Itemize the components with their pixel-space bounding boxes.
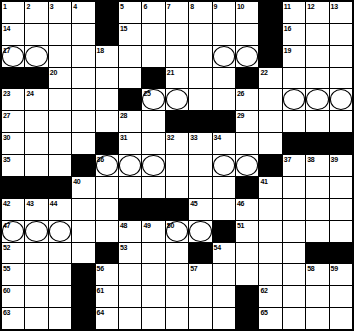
cell-14-1[interactable] xyxy=(25,308,47,329)
black-cell-6-14 xyxy=(330,133,352,154)
black-cell-14-3 xyxy=(72,308,94,329)
cell-13-5[interactable] xyxy=(119,286,141,307)
cell-14-6[interactable] xyxy=(142,308,164,329)
clue-number: 14 xyxy=(3,24,10,33)
cell-14-12[interactable] xyxy=(283,308,305,329)
cell-5-3[interactable] xyxy=(72,111,94,132)
black-cell-13-3 xyxy=(72,286,94,307)
cell-2-3[interactable] xyxy=(72,46,94,67)
cell-13-11[interactable]: 62 xyxy=(259,286,281,307)
cell-12-2[interactable] xyxy=(49,264,71,285)
cell-6-1[interactable] xyxy=(25,133,47,154)
clue-number: 1 xyxy=(3,2,7,11)
cell-6-6[interactable] xyxy=(142,133,164,154)
circle-marker xyxy=(213,46,235,67)
black-cell-0-11 xyxy=(259,2,281,23)
circle-marker xyxy=(213,155,235,176)
circle-marker xyxy=(119,155,141,176)
cell-13-8[interactable] xyxy=(189,286,211,307)
cell-9-0[interactable]: 42 xyxy=(2,199,24,220)
black-cell-9-7 xyxy=(166,199,188,220)
cell-1-9[interactable] xyxy=(213,24,235,45)
cell-12-10[interactable] xyxy=(236,264,258,285)
circle-marker xyxy=(25,46,47,67)
cell-11-0[interactable]: 52 xyxy=(2,243,24,264)
cell-6-9[interactable]: 34 xyxy=(213,133,235,154)
cell-0-0[interactable]: 1 xyxy=(2,2,24,23)
cell-8-4[interactable] xyxy=(96,177,118,198)
cell-11-9[interactable]: 54 xyxy=(213,243,235,264)
clue-number: 13 xyxy=(331,2,338,11)
cell-1-12[interactable]: 16 xyxy=(283,24,305,45)
cell-4-2[interactable] xyxy=(49,89,71,110)
clue-number: 17 xyxy=(3,46,10,55)
cell-10-5[interactable]: 48 xyxy=(119,221,141,242)
black-cell-8-1 xyxy=(25,177,47,198)
cell-4-1[interactable]: 24 xyxy=(25,89,47,110)
cell-9-11[interactable] xyxy=(259,199,281,220)
cell-8-12[interactable] xyxy=(283,177,305,198)
cell-3-11[interactable]: 22 xyxy=(259,68,281,89)
cell-2-1[interactable] xyxy=(25,46,47,67)
cell-0-9[interactable]: 9 xyxy=(213,2,235,23)
cell-0-3[interactable]: 4 xyxy=(72,2,94,23)
cell-11-6[interactable] xyxy=(142,243,164,264)
cell-5-13[interactable] xyxy=(306,111,328,132)
black-cell-3-0 xyxy=(2,68,24,89)
clue-number: 44 xyxy=(50,199,57,208)
cell-14-14[interactable] xyxy=(330,308,352,329)
cell-12-14[interactable]: 59 xyxy=(330,264,352,285)
cell-3-13[interactable] xyxy=(306,68,328,89)
cell-5-0[interactable]: 27 xyxy=(2,111,24,132)
cell-9-14[interactable] xyxy=(330,199,352,220)
black-cell-3-6 xyxy=(142,68,164,89)
cell-7-14[interactable]: 39 xyxy=(330,155,352,176)
cell-5-10[interactable]: 29 xyxy=(236,111,258,132)
black-cell-13-10 xyxy=(236,286,258,307)
cell-7-12[interactable]: 37 xyxy=(283,155,305,176)
clue-number: 20 xyxy=(50,68,57,77)
cell-8-3[interactable]: 40 xyxy=(72,177,94,198)
black-cell-4-5 xyxy=(119,89,141,110)
clue-number: 3 xyxy=(50,2,54,11)
clue-number: 15 xyxy=(120,24,127,33)
cell-10-11[interactable] xyxy=(259,221,281,242)
clue-number: 43 xyxy=(26,199,33,208)
circle-marker xyxy=(49,221,71,242)
cell-8-7[interactable] xyxy=(166,177,188,198)
clue-number: 42 xyxy=(3,199,10,208)
black-cell-11-4 xyxy=(96,243,118,264)
cell-2-7[interactable] xyxy=(166,46,188,67)
cell-9-12[interactable] xyxy=(283,199,305,220)
clue-number: 65 xyxy=(260,308,267,317)
cell-13-6[interactable] xyxy=(142,286,164,307)
cell-14-0[interactable]: 63 xyxy=(2,308,24,329)
clue-number: 50 xyxy=(167,221,174,230)
cell-11-10[interactable] xyxy=(236,243,258,264)
circle-marker xyxy=(330,89,352,110)
cell-5-14[interactable] xyxy=(330,111,352,132)
clue-number: 26 xyxy=(237,89,244,98)
clue-number: 64 xyxy=(97,308,104,317)
cell-9-3[interactable] xyxy=(72,199,94,220)
clue-number: 37 xyxy=(284,155,291,164)
cell-5-12[interactable] xyxy=(283,111,305,132)
cell-4-11[interactable] xyxy=(259,89,281,110)
cell-14-13[interactable] xyxy=(306,308,328,329)
clue-number: 21 xyxy=(167,68,174,77)
cell-2-9[interactable] xyxy=(213,46,235,67)
cell-13-9[interactable] xyxy=(213,286,235,307)
black-cell-2-11 xyxy=(259,46,281,67)
cell-4-13[interactable] xyxy=(306,89,328,110)
cell-5-5[interactable]: 28 xyxy=(119,111,141,132)
clue-number: 58 xyxy=(307,264,314,273)
black-cell-11-8 xyxy=(189,243,211,264)
circle-marker xyxy=(189,221,211,242)
clue-number: 40 xyxy=(73,177,80,186)
clue-number: 55 xyxy=(3,264,10,273)
cell-9-13[interactable] xyxy=(306,199,328,220)
cell-1-7[interactable] xyxy=(166,24,188,45)
cell-12-0[interactable]: 55 xyxy=(2,264,24,285)
cell-13-2[interactable] xyxy=(49,286,71,307)
cell-7-5[interactable] xyxy=(119,155,141,176)
cell-6-10[interactable] xyxy=(236,133,258,154)
cell-4-6[interactable]: 25 xyxy=(142,89,164,110)
black-cell-8-0 xyxy=(2,177,24,198)
black-cell-5-7 xyxy=(166,111,188,132)
black-cell-1-4 xyxy=(96,24,118,45)
cell-6-5[interactable]: 31 xyxy=(119,133,141,154)
clue-number: 8 xyxy=(190,2,194,11)
clue-number: 30 xyxy=(3,133,10,142)
circle-marker xyxy=(236,46,258,67)
clue-number: 51 xyxy=(237,221,244,230)
cell-3-7[interactable]: 21 xyxy=(166,68,188,89)
cell-7-0[interactable]: 35 xyxy=(2,155,24,176)
cell-8-11[interactable]: 41 xyxy=(259,177,281,198)
cell-3-12[interactable] xyxy=(283,68,305,89)
cell-10-8[interactable] xyxy=(189,221,211,242)
cell-11-5[interactable]: 53 xyxy=(119,243,141,264)
clue-number: 5 xyxy=(120,2,124,11)
black-cell-7-11 xyxy=(259,155,281,176)
cell-3-8[interactable] xyxy=(189,68,211,89)
cell-7-9[interactable] xyxy=(213,155,235,176)
cell-10-6[interactable]: 49 xyxy=(142,221,164,242)
cell-12-1[interactable] xyxy=(25,264,47,285)
cell-10-12[interactable] xyxy=(283,221,305,242)
cell-7-1[interactable] xyxy=(25,155,47,176)
clue-number: 11 xyxy=(284,2,291,11)
cell-9-1[interactable]: 43 xyxy=(25,199,47,220)
clue-number: 32 xyxy=(167,133,174,142)
cell-7-13[interactable]: 38 xyxy=(306,155,328,176)
cell-4-12[interactable] xyxy=(283,89,305,110)
clue-number: 27 xyxy=(3,111,10,120)
cell-4-10[interactable]: 26 xyxy=(236,89,258,110)
cell-3-3[interactable] xyxy=(72,68,94,89)
clue-number: 57 xyxy=(190,264,197,273)
cell-9-10[interactable]: 46 xyxy=(236,199,258,220)
clue-number: 61 xyxy=(97,286,104,295)
cell-2-6[interactable] xyxy=(142,46,164,67)
cell-3-5[interactable] xyxy=(119,68,141,89)
cell-2-13[interactable] xyxy=(306,46,328,67)
cell-13-0[interactable]: 60 xyxy=(2,286,24,307)
black-cell-1-11 xyxy=(259,24,281,45)
cell-11-3[interactable] xyxy=(72,243,94,264)
cell-4-9[interactable] xyxy=(213,89,235,110)
cell-7-10[interactable] xyxy=(236,155,258,176)
black-cell-11-14 xyxy=(330,243,352,264)
circle-marker xyxy=(142,155,164,176)
cell-5-2[interactable] xyxy=(49,111,71,132)
cell-1-3[interactable] xyxy=(72,24,94,45)
cell-11-2[interactable] xyxy=(49,243,71,264)
cell-11-12[interactable] xyxy=(283,243,305,264)
cell-0-6[interactable]: 6 xyxy=(142,2,164,23)
black-cell-6-13 xyxy=(306,133,328,154)
cell-1-13[interactable] xyxy=(306,24,328,45)
cell-12-4[interactable]: 56 xyxy=(96,264,118,285)
cell-7-4[interactable]: 36 xyxy=(96,155,118,176)
cell-5-11[interactable] xyxy=(259,111,281,132)
black-cell-12-3 xyxy=(72,264,94,285)
black-cell-8-10 xyxy=(236,177,258,198)
clue-number: 10 xyxy=(237,2,244,11)
cell-8-14[interactable] xyxy=(330,177,352,198)
black-cell-3-10 xyxy=(236,68,258,89)
clue-number: 18 xyxy=(97,46,104,55)
cell-12-6[interactable] xyxy=(142,264,164,285)
cell-12-5[interactable] xyxy=(119,264,141,285)
clue-number: 29 xyxy=(237,111,244,120)
circle-marker xyxy=(283,89,305,110)
clue-number: 24 xyxy=(26,89,33,98)
clue-number: 4 xyxy=(73,2,77,11)
cell-13-4[interactable]: 61 xyxy=(96,286,118,307)
cell-0-7[interactable]: 7 xyxy=(166,2,188,23)
clue-number: 46 xyxy=(237,199,244,208)
cell-6-2[interactable] xyxy=(49,133,71,154)
cell-9-9[interactable] xyxy=(213,199,235,220)
cell-1-1[interactable] xyxy=(25,24,47,45)
clue-number: 28 xyxy=(120,111,127,120)
cell-10-10[interactable]: 51 xyxy=(236,221,258,242)
cell-10-7[interactable]: 50 xyxy=(166,221,188,242)
black-cell-9-5 xyxy=(119,199,141,220)
black-cell-6-12 xyxy=(283,133,305,154)
black-cell-9-6 xyxy=(142,199,164,220)
black-cell-10-9 xyxy=(213,221,235,242)
cell-0-5[interactable]: 5 xyxy=(119,2,141,23)
clue-number: 35 xyxy=(3,155,10,164)
clue-number: 34 xyxy=(214,133,221,142)
clue-number: 47 xyxy=(3,221,10,230)
clue-number: 31 xyxy=(120,133,127,142)
cell-14-7[interactable] xyxy=(166,308,188,329)
clue-number: 41 xyxy=(260,177,267,186)
black-cell-6-4 xyxy=(96,133,118,154)
cell-1-8[interactable] xyxy=(189,24,211,45)
cell-10-14[interactable] xyxy=(330,221,352,242)
black-cell-5-8 xyxy=(189,111,211,132)
cell-14-9[interactable] xyxy=(213,308,235,329)
clue-number: 59 xyxy=(331,264,338,273)
cell-14-5[interactable] xyxy=(119,308,141,329)
cell-5-1[interactable] xyxy=(25,111,47,132)
cell-13-7[interactable] xyxy=(166,286,188,307)
clue-number: 19 xyxy=(284,46,291,55)
cell-12-13[interactable]: 58 xyxy=(306,264,328,285)
cell-0-13[interactable]: 12 xyxy=(306,2,328,23)
circle-marker xyxy=(306,89,328,110)
clue-number: 62 xyxy=(260,286,267,295)
cell-1-6[interactable] xyxy=(142,24,164,45)
cell-10-3[interactable] xyxy=(72,221,94,242)
clue-number: 6 xyxy=(143,2,147,11)
cell-14-2[interactable] xyxy=(49,308,71,329)
cell-12-7[interactable] xyxy=(166,264,188,285)
cell-2-5[interactable] xyxy=(119,46,141,67)
cell-4-14[interactable] xyxy=(330,89,352,110)
cell-0-2[interactable]: 3 xyxy=(49,2,71,23)
cell-6-0[interactable]: 30 xyxy=(2,133,24,154)
clue-number: 39 xyxy=(331,155,338,164)
cell-7-2[interactable] xyxy=(49,155,71,176)
cell-7-6[interactable] xyxy=(142,155,164,176)
cell-2-12[interactable]: 19 xyxy=(283,46,305,67)
cell-0-14[interactable]: 13 xyxy=(330,2,352,23)
clue-number: 22 xyxy=(260,68,267,77)
crossword-board: 1234567891011121314151617181920212223242… xyxy=(0,0,354,331)
cell-2-8[interactable] xyxy=(189,46,211,67)
cell-10-0[interactable]: 47 xyxy=(2,221,24,242)
cell-14-11[interactable]: 65 xyxy=(259,308,281,329)
cell-10-13[interactable] xyxy=(306,221,328,242)
cell-3-9[interactable] xyxy=(213,68,235,89)
cell-4-8[interactable] xyxy=(189,89,211,110)
cell-5-4[interactable] xyxy=(96,111,118,132)
clue-number: 2 xyxy=(26,2,30,11)
cell-13-1[interactable] xyxy=(25,286,47,307)
cell-10-2[interactable] xyxy=(49,221,71,242)
cell-14-4[interactable]: 64 xyxy=(96,308,118,329)
cell-13-14[interactable] xyxy=(330,286,352,307)
clue-number: 36 xyxy=(97,155,104,164)
cell-6-11[interactable] xyxy=(259,133,281,154)
cell-14-8[interactable] xyxy=(189,308,211,329)
circle-marker xyxy=(236,155,258,176)
cell-5-6[interactable] xyxy=(142,111,164,132)
cell-2-14[interactable] xyxy=(330,46,352,67)
clue-number: 45 xyxy=(190,199,197,208)
cell-13-13[interactable] xyxy=(306,286,328,307)
clue-number: 52 xyxy=(3,243,10,252)
cell-7-8[interactable] xyxy=(189,155,211,176)
cell-8-13[interactable] xyxy=(306,177,328,198)
black-cell-5-9 xyxy=(213,111,235,132)
cell-0-10[interactable]: 10 xyxy=(236,2,258,23)
clue-number: 9 xyxy=(214,2,218,11)
black-cell-14-10 xyxy=(236,308,258,329)
cell-12-11[interactable] xyxy=(259,264,281,285)
cell-13-12[interactable] xyxy=(283,286,305,307)
cell-9-2[interactable]: 44 xyxy=(49,199,71,220)
clue-number: 16 xyxy=(284,24,291,33)
cell-2-10[interactable] xyxy=(236,46,258,67)
cell-11-7[interactable] xyxy=(166,243,188,264)
cell-12-9[interactable] xyxy=(213,264,235,285)
clue-number: 48 xyxy=(120,221,127,230)
cell-0-8[interactable]: 8 xyxy=(189,2,211,23)
clue-number: 23 xyxy=(3,89,10,98)
cell-12-12[interactable] xyxy=(283,264,305,285)
cell-3-14[interactable] xyxy=(330,68,352,89)
cell-0-1[interactable]: 2 xyxy=(25,2,47,23)
cell-4-7[interactable] xyxy=(166,89,188,110)
cell-11-11[interactable] xyxy=(259,243,281,264)
cell-1-0[interactable]: 14 xyxy=(2,24,24,45)
cell-6-7[interactable]: 32 xyxy=(166,133,188,154)
cell-7-7[interactable] xyxy=(166,155,188,176)
clue-number: 33 xyxy=(190,133,197,142)
cell-2-4[interactable]: 18 xyxy=(96,46,118,67)
cell-1-2[interactable] xyxy=(49,24,71,45)
cell-1-5[interactable]: 15 xyxy=(119,24,141,45)
cell-9-4[interactable] xyxy=(96,199,118,220)
clue-number: 49 xyxy=(143,221,150,230)
cell-10-1[interactable] xyxy=(25,221,47,242)
cell-6-8[interactable]: 33 xyxy=(189,133,211,154)
cell-12-8[interactable]: 57 xyxy=(189,264,211,285)
cell-8-8[interactable] xyxy=(189,177,211,198)
cell-8-6[interactable] xyxy=(142,177,164,198)
clue-number: 63 xyxy=(3,308,10,317)
cell-6-3[interactable] xyxy=(72,133,94,154)
cell-3-4[interactable] xyxy=(96,68,118,89)
cell-8-9[interactable] xyxy=(213,177,235,198)
cell-4-0[interactable]: 23 xyxy=(2,89,24,110)
cell-4-4[interactable] xyxy=(96,89,118,110)
clue-number: 12 xyxy=(307,2,314,11)
black-cell-8-2 xyxy=(49,177,71,198)
black-cell-7-3 xyxy=(72,155,94,176)
circle-marker xyxy=(25,221,47,242)
cell-2-2[interactable] xyxy=(49,46,71,67)
cell-1-14[interactable] xyxy=(330,24,352,45)
clue-number: 25 xyxy=(143,89,150,98)
cell-8-5[interactable] xyxy=(119,177,141,198)
black-cell-3-1 xyxy=(25,68,47,89)
cell-11-1[interactable] xyxy=(25,243,47,264)
cell-0-12[interactable]: 11 xyxy=(283,2,305,23)
cell-10-4[interactable] xyxy=(96,221,118,242)
cell-2-0[interactable]: 17 xyxy=(2,46,24,67)
cell-3-2[interactable]: 20 xyxy=(49,68,71,89)
clue-number: 60 xyxy=(3,286,10,295)
circle-marker xyxy=(166,89,188,110)
black-cell-0-4 xyxy=(96,2,118,23)
cell-4-3[interactable] xyxy=(72,89,94,110)
cell-9-8[interactable]: 45 xyxy=(189,199,211,220)
clue-number: 38 xyxy=(307,155,314,164)
cell-1-10[interactable] xyxy=(236,24,258,45)
